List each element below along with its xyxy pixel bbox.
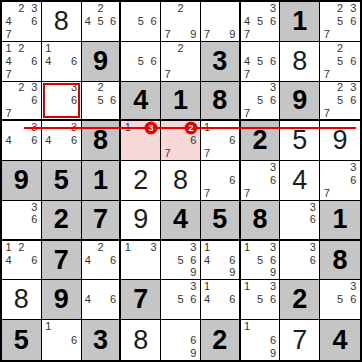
pencil-mark-4: 4 xyxy=(42,55,55,68)
pencil-mark-5 xyxy=(213,15,226,28)
pencil-mark-3 xyxy=(187,320,200,333)
pencil-mark-3: 3 xyxy=(68,82,81,95)
pencil-mark-8 xyxy=(254,28,267,41)
pencil-mark-2 xyxy=(333,161,346,174)
given-digit: 7 xyxy=(54,247,69,274)
pencil-mark-2 xyxy=(254,161,267,174)
pencil-mark-3 xyxy=(187,2,200,15)
pencil-mark-3 xyxy=(226,161,239,174)
pencil-mark-8 xyxy=(174,68,187,81)
cell-r1c4[interactable]: 56 xyxy=(121,2,161,42)
pencil-mark-9 xyxy=(68,347,81,360)
pencil-mark-6: 6 xyxy=(28,134,41,147)
pencil-mark-8 xyxy=(213,28,226,41)
pencil-mark-3 xyxy=(267,320,280,333)
pencil-mark-5 xyxy=(15,213,28,226)
pencil-mark-7: 7 xyxy=(161,28,174,41)
cell-r1c7[interactable]: 34567 xyxy=(241,2,281,42)
pencil-mark-4 xyxy=(280,213,293,226)
pencil-mark-1 xyxy=(82,241,95,254)
pencil-marks: 246 xyxy=(82,241,120,280)
pencil-mark-9 xyxy=(347,187,360,200)
pencil-mark-4 xyxy=(161,15,174,28)
pencil-mark-3 xyxy=(226,241,239,254)
pencil-mark-4 xyxy=(121,134,134,147)
pencil-mark-3: 3 xyxy=(267,82,280,95)
pencil-mark-9: 9 xyxy=(267,267,280,280)
pencil-mark-1 xyxy=(241,2,254,15)
pencil-marks: 1356 xyxy=(241,280,280,319)
cell-r6c6[interactable]: 5 xyxy=(201,201,241,241)
cell-r1c6[interactable]: 79 xyxy=(201,2,241,42)
cell-r3c4[interactable]: 4 xyxy=(121,82,161,122)
pencil-marks: 12467 xyxy=(2,42,41,81)
pencil-mark-6: 6 xyxy=(267,293,280,306)
pencil-mark-5: 5 xyxy=(254,94,267,107)
pencil-marks: 3567 xyxy=(241,82,280,120)
pencil-mark-8 xyxy=(333,107,346,120)
cell-r6c4[interactable]: 9 xyxy=(121,201,161,241)
cell-r7c4[interactable]: 13 xyxy=(121,241,161,281)
pencil-mark-6: 6 xyxy=(68,134,81,147)
pencil-mark-5 xyxy=(174,134,187,147)
cell-r4c3[interactable]: 8 xyxy=(82,121,122,161)
pencil-mark-2 xyxy=(213,2,226,15)
pencil-mark-8 xyxy=(94,306,107,319)
pencil-mark-8 xyxy=(134,147,147,160)
pencil-marks: 256 xyxy=(82,82,120,120)
pencil-mark-4 xyxy=(201,15,214,28)
cell-r7c1[interactable]: 1246 xyxy=(2,241,42,281)
pencil-mark-9 xyxy=(28,147,41,160)
cell-r6c9[interactable]: 1 xyxy=(320,201,360,241)
pencil-mark-1 xyxy=(2,121,15,134)
cell-r6c8[interactable]: 36 xyxy=(280,201,320,241)
cell-r3c8[interactable]: 9 xyxy=(280,82,320,122)
pencil-mark-5: 5 xyxy=(254,254,267,267)
pencil-mark-5 xyxy=(174,55,187,68)
pencil-mark-2 xyxy=(174,241,187,254)
pencil-marks: 56 xyxy=(121,42,160,81)
pencil-mark-8 xyxy=(213,306,226,319)
pencil-mark-3: 3 xyxy=(147,121,160,134)
pencil-mark-6: 6 xyxy=(267,254,280,267)
pencil-mark-9 xyxy=(187,68,200,81)
pencil-mark-8 xyxy=(174,347,187,360)
given-digit: 1 xyxy=(173,87,188,114)
pencil-mark-7: 7 xyxy=(241,187,254,200)
cell-r4c5[interactable]: 367 xyxy=(161,121,201,161)
pencil-mark-7 xyxy=(201,267,214,280)
pencil-mark-9 xyxy=(267,187,280,200)
cell-r7c5[interactable]: 3569 xyxy=(161,241,201,281)
solved-digit: 9 xyxy=(333,127,348,154)
pencil-mark-2 xyxy=(15,201,28,214)
pencil-mark-9 xyxy=(226,187,239,200)
cell-r2c4[interactable]: 56 xyxy=(121,42,161,82)
pencil-mark-4 xyxy=(241,174,254,187)
pencil-mark-9 xyxy=(347,107,360,120)
pencil-marks: 16 xyxy=(42,320,81,360)
cell-r5c2[interactable]: 5 xyxy=(42,161,82,201)
pencil-mark-6: 6 xyxy=(267,333,280,346)
pencil-mark-6: 6 xyxy=(68,94,81,107)
pencil-mark-4: 4 xyxy=(241,55,254,68)
pencil-mark-6: 6 xyxy=(226,174,239,187)
pencil-mark-4 xyxy=(241,333,254,346)
cell-r2c8[interactable]: 8 xyxy=(280,42,320,82)
pencil-marks: 13 xyxy=(121,121,160,160)
pencil-mark-1 xyxy=(2,201,15,214)
pencil-mark-9 xyxy=(107,107,120,120)
pencil-mark-2: 2 xyxy=(15,82,28,95)
cell-r6c2[interactable]: 2 xyxy=(42,201,82,241)
pencil-mark-6 xyxy=(226,15,239,28)
pencil-mark-5 xyxy=(213,293,226,306)
pencil-mark-1: 1 xyxy=(42,42,55,55)
cell-r4c1[interactable]: 346 xyxy=(2,121,42,161)
pencil-mark-7 xyxy=(320,306,333,319)
pencil-mark-1: 1 xyxy=(241,241,254,254)
pencil-mark-6: 6 xyxy=(68,333,81,346)
pencil-mark-7 xyxy=(42,347,55,360)
pencil-mark-3 xyxy=(347,42,360,55)
pencil-mark-7 xyxy=(161,267,174,280)
pencil-mark-4 xyxy=(42,94,55,107)
pencil-marks: 3569 xyxy=(161,241,200,280)
pencil-mark-1 xyxy=(161,241,174,254)
cell-r1c8[interactable]: 1 xyxy=(280,2,320,42)
given-digit: 2 xyxy=(253,127,268,154)
cell-r7c7[interactable]: 13569 xyxy=(241,241,281,281)
pencil-mark-5: 5 xyxy=(333,15,346,28)
pencil-mark-8 xyxy=(254,306,267,319)
cell-r2c6[interactable]: 3 xyxy=(201,42,241,82)
cell-r3c1[interactable]: 2367 xyxy=(2,82,42,122)
pencil-mark-1: 1 xyxy=(241,280,254,293)
cell-r9c1[interactable]: 5 xyxy=(2,320,42,360)
pencil-mark-8 xyxy=(174,267,187,280)
pencil-mark-4 xyxy=(241,293,254,306)
pencil-mark-8 xyxy=(94,28,107,41)
pencil-mark-6: 6 xyxy=(107,254,120,267)
pencil-mark-4: 4 xyxy=(201,293,214,306)
pencil-mark-1 xyxy=(320,2,333,15)
cell-r9c5[interactable]: 69 xyxy=(161,320,201,360)
pencil-mark-8 xyxy=(293,267,306,280)
pencil-mark-3: 3 xyxy=(347,161,360,174)
pencil-mark-7 xyxy=(42,107,55,120)
cell-r5c9[interactable]: 367 xyxy=(320,161,360,201)
pencil-mark-4 xyxy=(320,293,333,306)
pencil-mark-3: 3 xyxy=(267,161,280,174)
pencil-marks: 4567 xyxy=(241,42,280,81)
pencil-mark-9 xyxy=(147,147,160,160)
pencil-mark-2 xyxy=(134,2,147,15)
cell-r2c3[interactable]: 9 xyxy=(82,42,122,82)
pencil-mark-1 xyxy=(82,280,95,293)
cell-r6c1[interactable]: 36 xyxy=(2,201,42,241)
sudoku-board: 2346782456562797934567123567124671469562… xyxy=(0,0,362,362)
cell-r5c5[interactable]: 8 xyxy=(161,161,201,201)
cell-r6c3[interactable]: 7 xyxy=(82,201,122,241)
pencil-mark-7: 7 xyxy=(241,28,254,41)
pencil-marks: 13569 xyxy=(241,241,280,280)
pencil-mark-4 xyxy=(121,15,134,28)
given-digit: 5 xyxy=(212,206,227,233)
pencil-mark-6: 6 xyxy=(68,55,81,68)
pencil-mark-8 xyxy=(134,28,147,41)
pencil-mark-6: 6 xyxy=(187,333,200,346)
pencil-mark-4 xyxy=(161,293,174,306)
given-digit: 3 xyxy=(212,48,227,75)
cell-r8c7[interactable]: 1356 xyxy=(241,280,281,320)
pencil-marks: 23467 xyxy=(2,2,41,41)
pencil-mark-3 xyxy=(68,42,81,55)
pencil-mark-6: 6 xyxy=(347,293,360,306)
pencil-mark-4 xyxy=(320,174,333,187)
pencil-mark-4 xyxy=(2,94,15,107)
pencil-mark-8 xyxy=(15,267,28,280)
pencil-marks: 79 xyxy=(201,2,239,41)
pencil-mark-3: 3 xyxy=(187,280,200,293)
pencil-mark-3 xyxy=(107,241,120,254)
cell-r7c9[interactable]: 8 xyxy=(320,241,360,281)
pencil-mark-5 xyxy=(333,174,346,187)
given-digit: 1 xyxy=(93,167,108,194)
cell-r8c1[interactable]: 8 xyxy=(2,280,42,320)
pencil-mark-6: 6 xyxy=(226,293,239,306)
pencil-mark-2: 2 xyxy=(15,42,28,55)
pencil-mark-4 xyxy=(161,254,174,267)
cell-r9c2[interactable]: 16 xyxy=(42,320,82,360)
cell-r7c8[interactable]: 36 xyxy=(280,241,320,281)
pencil-mark-3: 3 xyxy=(306,201,319,214)
cell-r8c4[interactable]: 7 xyxy=(121,280,161,320)
cell-r2c1[interactable]: 12467 xyxy=(2,42,42,82)
pencil-mark-4 xyxy=(121,55,134,68)
pencil-mark-8 xyxy=(333,68,346,81)
solved-digit: 4 xyxy=(292,167,307,194)
pencil-marks: 2456 xyxy=(82,2,120,41)
pencil-mark-9 xyxy=(28,68,41,81)
pencil-mark-7 xyxy=(241,267,254,280)
pencil-mark-9 xyxy=(187,306,200,319)
cell-r3c2[interactable]: 36 xyxy=(42,82,82,122)
pencil-mark-5: 5 xyxy=(333,55,346,68)
pencil-mark-2 xyxy=(15,121,28,134)
pencil-mark-5 xyxy=(213,254,226,267)
pencil-mark-6: 6 xyxy=(226,134,239,147)
pencil-mark-6: 6 xyxy=(267,94,280,107)
pencil-mark-5 xyxy=(55,134,68,147)
pencil-mark-9 xyxy=(267,107,280,120)
pencil-mark-2 xyxy=(55,320,68,333)
pencil-mark-7: 7 xyxy=(320,68,333,81)
pencil-mark-7 xyxy=(161,306,174,319)
pencil-mark-8 xyxy=(55,68,68,81)
pencil-marks: 367 xyxy=(241,161,280,200)
pencil-mark-6: 6 xyxy=(147,15,160,28)
given-digit: 4 xyxy=(333,327,348,354)
pencil-marks: 23567 xyxy=(320,82,360,120)
pencil-mark-5 xyxy=(254,333,267,346)
pencil-mark-2: 2 xyxy=(333,2,346,15)
pencil-mark-1 xyxy=(241,82,254,95)
pencil-mark-4: 4 xyxy=(201,254,214,267)
cell-r1c2[interactable]: 8 xyxy=(42,2,82,42)
pencil-mark-6: 6 xyxy=(187,134,200,147)
cell-r7c2[interactable]: 7 xyxy=(42,241,82,281)
pencil-mark-5: 5 xyxy=(134,15,147,28)
cell-r3c5[interactable]: 1 xyxy=(161,82,201,122)
cell-r5c6[interactable]: 67 xyxy=(201,161,241,201)
pencil-mark-3: 3 xyxy=(267,2,280,15)
pencil-mark-8 xyxy=(15,107,28,120)
solved-digit: 8 xyxy=(292,48,307,75)
pencil-mark-5: 5 xyxy=(254,293,267,306)
pencil-mark-1 xyxy=(320,82,333,95)
pencil-mark-2: 2 xyxy=(94,2,107,15)
cell-r5c4[interactable]: 2 xyxy=(121,161,161,201)
pencil-mark-2 xyxy=(55,121,68,134)
pencil-mark-5 xyxy=(254,174,267,187)
cell-r9c7[interactable]: 169 xyxy=(241,320,281,360)
cell-r1c3[interactable]: 2456 xyxy=(82,2,122,42)
pencil-marks: 169 xyxy=(241,320,280,360)
cell-r5c7[interactable]: 367 xyxy=(241,161,281,201)
cell-r7c3[interactable]: 246 xyxy=(82,241,122,281)
pencil-mark-9 xyxy=(347,28,360,41)
cell-r3c9[interactable]: 23567 xyxy=(320,82,360,122)
pencil-mark-1 xyxy=(42,121,55,134)
pencil-mark-7 xyxy=(2,267,15,280)
cell-r6c7[interactable]: 8 xyxy=(241,201,281,241)
cell-r9c8[interactable]: 7 xyxy=(280,320,320,360)
cell-r3c3[interactable]: 256 xyxy=(82,82,122,122)
cell-r9c6[interactable]: 2 xyxy=(201,320,241,360)
pencil-mark-6: 6 xyxy=(147,55,160,68)
given-digit: 4 xyxy=(173,206,188,233)
cell-r8c2[interactable]: 9 xyxy=(42,280,82,320)
solved-digit: 5 xyxy=(292,127,307,154)
pencil-mark-1 xyxy=(161,280,174,293)
pencil-mark-3 xyxy=(226,2,239,15)
cell-r6c5[interactable]: 4 xyxy=(161,201,201,241)
cell-r9c3[interactable]: 3 xyxy=(82,320,122,360)
pencil-mark-2 xyxy=(174,121,187,134)
cell-r2c2[interactable]: 146 xyxy=(42,42,82,82)
pencil-mark-2 xyxy=(174,280,187,293)
pencil-mark-3 xyxy=(107,82,120,95)
pencil-marks: 13 xyxy=(121,241,160,280)
cell-r1c1[interactable]: 23467 xyxy=(2,2,42,42)
pencil-mark-8 xyxy=(254,68,267,81)
given-digit: 5 xyxy=(54,167,69,194)
cell-r1c5[interactable]: 279 xyxy=(161,2,201,42)
pencil-mark-8 xyxy=(15,147,28,160)
cell-r2c5[interactable]: 27 xyxy=(161,42,201,82)
pencil-mark-9 xyxy=(226,306,239,319)
given-digit: 8 xyxy=(333,247,348,274)
pencil-mark-7 xyxy=(82,28,95,41)
cell-r9c4[interactable]: 8 xyxy=(121,320,161,360)
pencil-mark-6: 6 xyxy=(107,293,120,306)
given-digit: 9 xyxy=(292,87,307,114)
pencil-marks: 279 xyxy=(161,2,200,41)
cell-r2c7[interactable]: 4567 xyxy=(241,42,281,82)
cell-r4c9[interactable]: 9 xyxy=(320,121,360,161)
pencil-mark-2 xyxy=(254,2,267,15)
pencil-mark-3 xyxy=(28,42,41,55)
pencil-mark-1 xyxy=(121,42,134,55)
pencil-mark-2: 2 xyxy=(174,2,187,15)
pencil-mark-6: 6 xyxy=(107,15,120,28)
pencil-mark-5: 5 xyxy=(94,15,107,28)
pencil-mark-8 xyxy=(213,267,226,280)
cell-r4c6[interactable]: 167 xyxy=(201,121,241,161)
pencil-marks: 36 xyxy=(2,201,41,239)
cell-r8c6[interactable]: 146 xyxy=(201,280,241,320)
pencil-mark-8 xyxy=(174,147,187,160)
cell-r3c7[interactable]: 3567 xyxy=(241,82,281,122)
cell-r5c1[interactable]: 9 xyxy=(2,161,42,201)
pencil-mark-5 xyxy=(55,333,68,346)
cell-r9c9[interactable]: 4 xyxy=(320,320,360,360)
cell-r4c4[interactable]: 13 xyxy=(121,121,161,161)
cell-r8c3[interactable]: 46 xyxy=(82,280,122,320)
pencil-mark-7 xyxy=(121,147,134,160)
cell-r7c6[interactable]: 1469 xyxy=(201,241,241,281)
cell-r1c9[interactable]: 23567 xyxy=(320,2,360,42)
solved-digit: 8 xyxy=(173,167,188,194)
cell-r8c5[interactable]: 356 xyxy=(161,280,201,320)
pencil-mark-4 xyxy=(161,134,174,147)
pencil-mark-8 xyxy=(213,187,226,200)
cell-r4c8[interactable]: 5 xyxy=(280,121,320,161)
pencil-mark-9: 9 xyxy=(226,267,239,280)
cell-r3c6[interactable]: 8 xyxy=(201,82,241,122)
pencil-mark-3: 3 xyxy=(28,121,41,134)
cell-r5c8[interactable]: 4 xyxy=(280,161,320,201)
pencil-mark-7 xyxy=(280,226,293,239)
pencil-mark-5: 5 xyxy=(134,55,147,68)
cell-r4c7[interactable]: 2 xyxy=(241,121,281,161)
pencil-mark-5 xyxy=(94,254,107,267)
pencil-mark-2 xyxy=(213,121,226,134)
pencil-mark-1 xyxy=(161,121,174,134)
pencil-mark-4: 4 xyxy=(82,254,95,267)
given-digit: 8 xyxy=(253,206,268,233)
pencil-mark-5 xyxy=(55,94,68,107)
pencil-mark-9 xyxy=(28,226,41,239)
cell-r8c8[interactable]: 2 xyxy=(280,280,320,320)
cell-r4c2[interactable]: 346 xyxy=(42,121,82,161)
pencil-marks: 36 xyxy=(280,241,319,280)
pencil-mark-8 xyxy=(55,147,68,160)
pencil-mark-1 xyxy=(161,320,174,333)
pencil-mark-7: 7 xyxy=(241,68,254,81)
pencil-mark-3 xyxy=(107,280,120,293)
pencil-mark-4: 4 xyxy=(2,254,15,267)
cell-r2c9[interactable]: 2567 xyxy=(320,42,360,82)
cell-r5c3[interactable]: 1 xyxy=(82,161,122,201)
pencil-mark-7 xyxy=(82,267,95,280)
pencil-marks: 36 xyxy=(42,82,81,120)
pencil-mark-1 xyxy=(82,2,95,15)
pencil-mark-8 xyxy=(55,107,68,120)
cell-r8c9[interactable]: 356 xyxy=(320,280,360,320)
